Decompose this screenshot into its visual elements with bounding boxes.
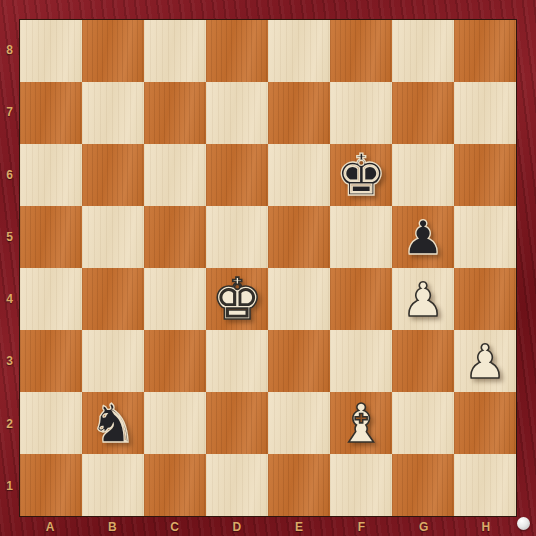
rank-label-6: 6 <box>0 144 19 206</box>
file-label-d: D <box>206 517 268 536</box>
square-e7[interactable] <box>268 82 330 144</box>
square-f7[interactable] <box>330 82 392 144</box>
square-g3[interactable] <box>392 330 454 392</box>
file-label-f: F <box>330 517 392 536</box>
square-c7[interactable] <box>144 82 206 144</box>
square-c1[interactable] <box>144 454 206 516</box>
square-c8[interactable] <box>144 20 206 82</box>
square-d6[interactable] <box>206 144 268 206</box>
black-knight[interactable]: ♞ <box>89 397 137 450</box>
square-a1[interactable] <box>20 454 82 516</box>
rank-label-8: 8 <box>0 19 19 81</box>
square-e8[interactable] <box>268 20 330 82</box>
white-pawn[interactable]: ♟ <box>402 276 444 323</box>
file-label-c: C <box>144 517 206 536</box>
rank-label-3: 3 <box>0 330 19 392</box>
chess-board: ♚♟♚♟♟♞♝ <box>19 19 517 517</box>
file-label-b: B <box>81 517 143 536</box>
square-e6[interactable] <box>268 144 330 206</box>
chess-app: ♚♟♚♟♟♞♝ 87654321ABCDEFGH <box>0 0 536 536</box>
square-g2[interactable] <box>392 392 454 454</box>
square-b7[interactable] <box>82 82 144 144</box>
square-h4[interactable] <box>454 268 516 330</box>
square-b3[interactable] <box>82 330 144 392</box>
square-g4[interactable]: ♟ <box>392 268 454 330</box>
square-b1[interactable] <box>82 454 144 516</box>
square-c3[interactable] <box>144 330 206 392</box>
square-b5[interactable] <box>82 206 144 268</box>
square-g8[interactable] <box>392 20 454 82</box>
black-pawn[interactable]: ♟ <box>402 214 444 261</box>
square-d3[interactable] <box>206 330 268 392</box>
square-h1[interactable] <box>454 454 516 516</box>
square-b8[interactable] <box>82 20 144 82</box>
square-h2[interactable] <box>454 392 516 454</box>
square-a2[interactable] <box>20 392 82 454</box>
square-e3[interactable] <box>268 330 330 392</box>
white-to-move-indicator <box>517 517 530 530</box>
square-e1[interactable] <box>268 454 330 516</box>
file-label-h: H <box>455 517 517 536</box>
square-g1[interactable] <box>392 454 454 516</box>
square-b2[interactable]: ♞ <box>82 392 144 454</box>
square-d2[interactable] <box>206 392 268 454</box>
rank-label-4: 4 <box>0 268 19 330</box>
square-d5[interactable] <box>206 206 268 268</box>
file-label-e: E <box>268 517 330 536</box>
square-f1[interactable] <box>330 454 392 516</box>
square-g7[interactable] <box>392 82 454 144</box>
square-h6[interactable] <box>454 144 516 206</box>
square-b6[interactable] <box>82 144 144 206</box>
white-bishop[interactable]: ♝ <box>337 397 385 450</box>
square-c4[interactable] <box>144 268 206 330</box>
square-a4[interactable] <box>20 268 82 330</box>
square-c6[interactable] <box>144 144 206 206</box>
square-e5[interactable] <box>268 206 330 268</box>
square-g6[interactable] <box>392 144 454 206</box>
square-f4[interactable] <box>330 268 392 330</box>
square-d4[interactable]: ♚ <box>206 268 268 330</box>
square-d8[interactable] <box>206 20 268 82</box>
square-a5[interactable] <box>20 206 82 268</box>
square-e2[interactable] <box>268 392 330 454</box>
rank-label-5: 5 <box>0 206 19 268</box>
rank-label-1: 1 <box>0 455 19 517</box>
square-a8[interactable] <box>20 20 82 82</box>
square-c2[interactable] <box>144 392 206 454</box>
square-d1[interactable] <box>206 454 268 516</box>
white-pawn[interactable]: ♟ <box>464 338 506 385</box>
white-king[interactable]: ♚ <box>211 271 262 328</box>
square-f5[interactable] <box>330 206 392 268</box>
square-f2[interactable]: ♝ <box>330 392 392 454</box>
square-f6[interactable]: ♚ <box>330 144 392 206</box>
square-h7[interactable] <box>454 82 516 144</box>
square-h3[interactable]: ♟ <box>454 330 516 392</box>
square-a7[interactable] <box>20 82 82 144</box>
square-f8[interactable] <box>330 20 392 82</box>
file-label-a: A <box>19 517 81 536</box>
square-e4[interactable] <box>268 268 330 330</box>
rank-label-2: 2 <box>0 393 19 455</box>
square-d7[interactable] <box>206 82 268 144</box>
square-a6[interactable] <box>20 144 82 206</box>
square-f3[interactable] <box>330 330 392 392</box>
square-c5[interactable] <box>144 206 206 268</box>
square-a3[interactable] <box>20 330 82 392</box>
square-h8[interactable] <box>454 20 516 82</box>
square-h5[interactable] <box>454 206 516 268</box>
black-king[interactable]: ♚ <box>335 147 386 204</box>
file-label-g: G <box>393 517 455 536</box>
rank-label-7: 7 <box>0 81 19 143</box>
square-b4[interactable] <box>82 268 144 330</box>
square-g5[interactable]: ♟ <box>392 206 454 268</box>
